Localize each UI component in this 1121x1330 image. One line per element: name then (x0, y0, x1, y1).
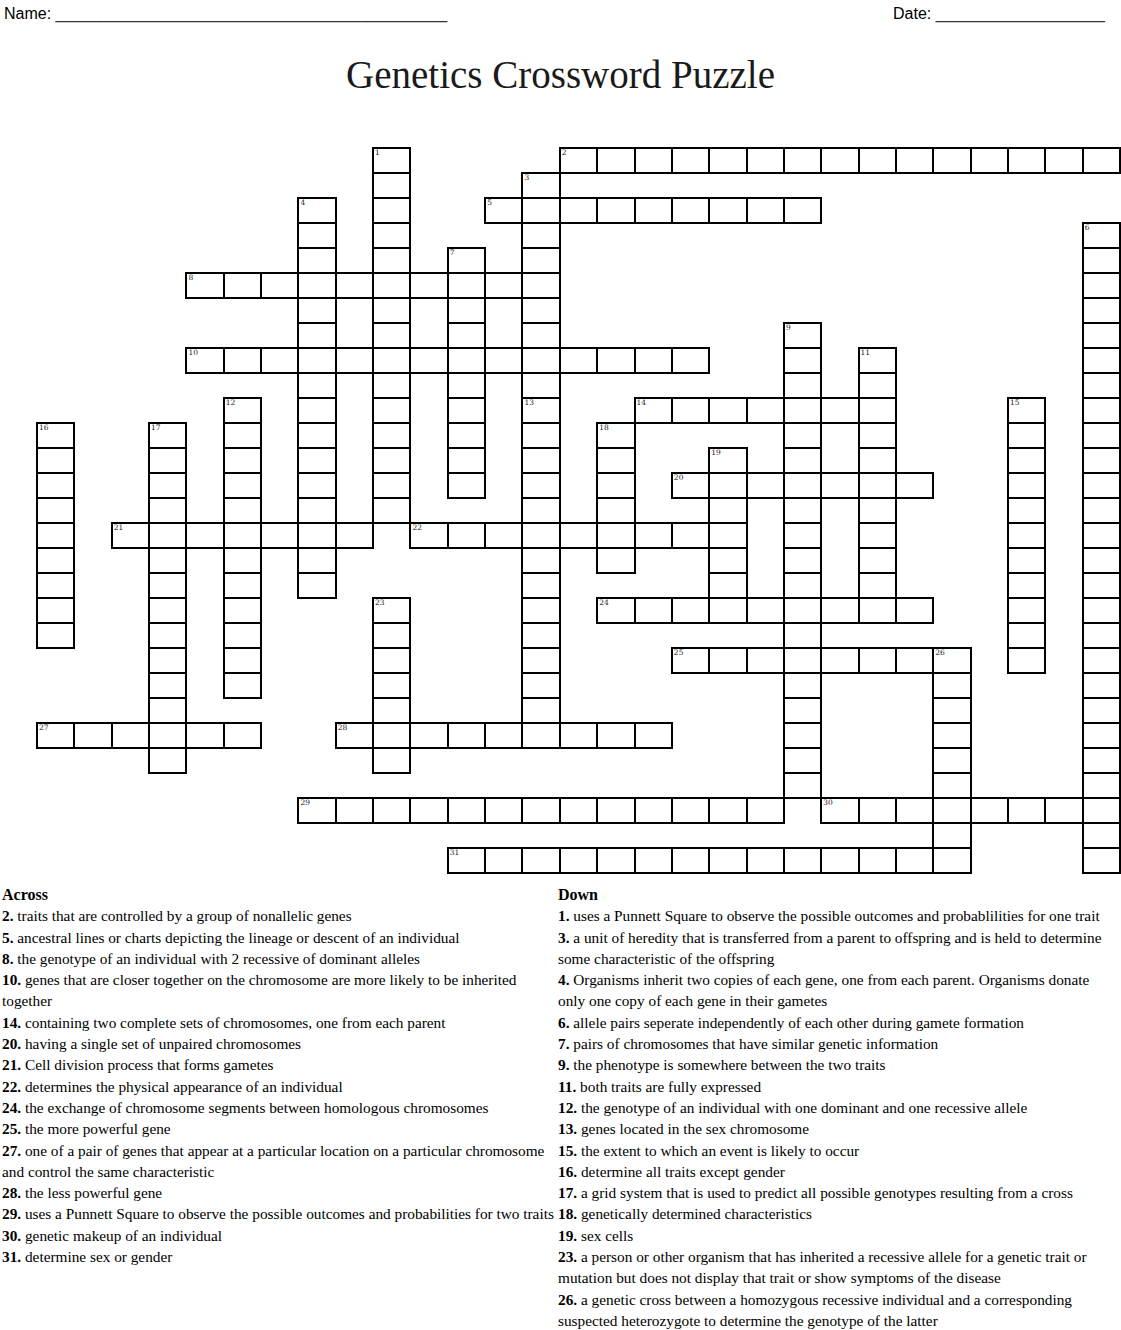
grid-cell[interactable] (784, 373, 821, 398)
grid-cell[interactable]: 12 (224, 398, 261, 423)
grid-cell[interactable] (896, 648, 933, 673)
grid-cell[interactable] (597, 723, 634, 748)
grid-cell[interactable] (224, 448, 261, 473)
grid-cell[interactable] (859, 598, 896, 623)
grid-cell[interactable]: 23 (373, 598, 410, 623)
grid-cell[interactable] (709, 798, 746, 823)
grid-cell[interactable] (859, 798, 896, 823)
grid-cell[interactable] (1083, 598, 1120, 623)
grid-cell[interactable] (784, 673, 821, 698)
grid-cell[interactable] (522, 223, 559, 248)
grid-cell[interactable] (522, 698, 559, 723)
grid-cell[interactable] (298, 373, 335, 398)
grid-cell[interactable] (261, 273, 298, 298)
grid-cell[interactable] (821, 648, 858, 673)
grid-cell[interactable] (485, 723, 522, 748)
grid-cell[interactable] (224, 623, 261, 648)
grid-cell[interactable] (224, 548, 261, 573)
grid-cell[interactable] (709, 148, 746, 173)
grid-cell[interactable] (298, 348, 335, 373)
grid-cell[interactable] (821, 598, 858, 623)
grid-cell[interactable] (149, 598, 186, 623)
grid-cell[interactable]: 25 (672, 648, 709, 673)
grid-cell[interactable] (112, 723, 149, 748)
grid-cell[interactable] (410, 273, 447, 298)
grid-cell[interactable] (149, 648, 186, 673)
grid-cell[interactable] (784, 473, 821, 498)
grid-cell[interactable] (859, 523, 896, 548)
grid-cell[interactable] (448, 798, 485, 823)
grid-cell[interactable] (709, 498, 746, 523)
grid-cell[interactable] (933, 148, 970, 173)
grid-cell[interactable] (373, 348, 410, 373)
grid-cell[interactable] (448, 448, 485, 473)
grid-cell[interactable] (709, 473, 746, 498)
grid-cell[interactable] (298, 298, 335, 323)
grid-cell[interactable] (597, 473, 634, 498)
grid-cell[interactable] (1083, 298, 1120, 323)
grid-cell[interactable] (896, 473, 933, 498)
grid-cell[interactable]: 17 (149, 423, 186, 448)
grid-cell[interactable] (821, 398, 858, 423)
grid-cell[interactable] (709, 648, 746, 673)
grid-cell[interactable] (186, 523, 223, 548)
grid-cell[interactable]: 16 (37, 423, 74, 448)
grid-cell[interactable] (522, 248, 559, 273)
grid-cell[interactable] (709, 573, 746, 598)
grid-cell[interactable] (859, 423, 896, 448)
grid-cell[interactable] (522, 798, 559, 823)
grid-cell[interactable] (1083, 773, 1120, 798)
grid-cell[interactable] (784, 548, 821, 573)
grid-cell[interactable]: 15 (1008, 398, 1045, 423)
grid-cell[interactable] (635, 523, 672, 548)
grid-cell[interactable] (672, 198, 709, 223)
grid-cell[interactable] (896, 798, 933, 823)
grid-cell[interactable] (37, 498, 74, 523)
grid-cell[interactable] (747, 598, 784, 623)
grid-cell[interactable]: 5 (485, 198, 522, 223)
grid-cell[interactable] (373, 698, 410, 723)
grid-cell[interactable]: 21 (112, 523, 149, 548)
grid-cell[interactable] (149, 673, 186, 698)
grid-cell[interactable] (336, 523, 373, 548)
grid-cell[interactable] (597, 798, 634, 823)
grid-cell[interactable] (261, 523, 298, 548)
grid-cell[interactable] (522, 623, 559, 648)
grid-cell[interactable] (1008, 598, 1045, 623)
grid-cell[interactable] (672, 598, 709, 623)
grid-cell[interactable] (933, 823, 970, 848)
grid-cell[interactable] (1045, 148, 1082, 173)
grid-cell[interactable] (859, 573, 896, 598)
grid-cell[interactable] (522, 348, 559, 373)
grid-cell[interactable] (859, 373, 896, 398)
grid-cell[interactable] (336, 273, 373, 298)
grid-cell[interactable] (1083, 373, 1120, 398)
grid-cell[interactable] (448, 523, 485, 548)
grid-cell[interactable] (784, 773, 821, 798)
grid-cell[interactable] (186, 723, 223, 748)
grid-cell[interactable] (859, 848, 896, 873)
grid-cell[interactable] (784, 573, 821, 598)
grid-cell[interactable] (149, 523, 186, 548)
grid-cell[interactable] (859, 448, 896, 473)
grid-cell[interactable] (560, 198, 597, 223)
grid-cell[interactable] (635, 348, 672, 373)
grid-cell[interactable] (522, 548, 559, 573)
grid-cell[interactable] (448, 273, 485, 298)
grid-cell[interactable] (635, 798, 672, 823)
grid-cell[interactable] (933, 673, 970, 698)
grid-cell[interactable] (597, 548, 634, 573)
grid-cell[interactable] (522, 523, 559, 548)
grid-cell[interactable] (784, 498, 821, 523)
grid-cell[interactable]: 28 (336, 723, 373, 748)
grid-cell[interactable] (485, 523, 522, 548)
grid-cell[interactable] (747, 848, 784, 873)
grid-cell[interactable]: 26 (933, 648, 970, 673)
grid-cell[interactable]: 7 (448, 248, 485, 273)
grid-cell[interactable] (1083, 623, 1120, 648)
grid-cell[interactable] (784, 198, 821, 223)
grid-cell[interactable] (560, 523, 597, 548)
grid-cell[interactable] (1008, 523, 1045, 548)
grid-cell[interactable] (1083, 723, 1120, 748)
grid-cell[interactable] (149, 548, 186, 573)
grid-cell[interactable] (37, 523, 74, 548)
grid-cell[interactable]: 8 (186, 273, 223, 298)
grid-cell[interactable] (821, 148, 858, 173)
grid-cell[interactable] (448, 323, 485, 348)
grid-cell[interactable] (373, 373, 410, 398)
grid-cell[interactable] (933, 848, 970, 873)
grid-cell[interactable] (1083, 798, 1120, 823)
grid-cell[interactable] (522, 273, 559, 298)
grid-cell[interactable] (1008, 423, 1045, 448)
grid-cell[interactable] (224, 523, 261, 548)
grid-cell[interactable] (373, 498, 410, 523)
grid-cell[interactable] (1008, 623, 1045, 648)
grid-cell[interactable] (784, 148, 821, 173)
grid-cell[interactable] (224, 573, 261, 598)
grid-cell[interactable] (298, 498, 335, 523)
grid-cell[interactable] (448, 723, 485, 748)
grid-cell[interactable] (522, 423, 559, 448)
grid-cell[interactable] (224, 498, 261, 523)
grid-cell[interactable] (709, 198, 746, 223)
grid-cell[interactable] (298, 473, 335, 498)
grid-cell[interactable] (522, 323, 559, 348)
grid-cell[interactable] (1083, 673, 1120, 698)
grid-cell[interactable] (522, 648, 559, 673)
grid-cell[interactable] (1083, 548, 1120, 573)
grid-cell[interactable] (149, 723, 186, 748)
grid-cell[interactable] (672, 148, 709, 173)
grid-cell[interactable] (1083, 348, 1120, 373)
grid-cell[interactable]: 3 (522, 173, 559, 198)
grid-cell[interactable] (224, 598, 261, 623)
grid-cell[interactable] (373, 648, 410, 673)
grid-cell[interactable] (298, 548, 335, 573)
grid-cell[interactable] (149, 573, 186, 598)
grid-cell[interactable] (859, 398, 896, 423)
grid-cell[interactable] (1045, 798, 1082, 823)
grid-cell[interactable] (560, 348, 597, 373)
grid-cell[interactable] (1008, 498, 1045, 523)
grid-cell[interactable] (373, 173, 410, 198)
grid-cell[interactable] (224, 273, 261, 298)
grid-cell[interactable] (784, 423, 821, 448)
grid-cell[interactable] (821, 848, 858, 873)
grid-cell[interactable]: 30 (821, 798, 858, 823)
grid-cell[interactable] (1083, 848, 1120, 873)
grid-cell[interactable]: 2 (560, 148, 597, 173)
grid-cell[interactable] (635, 723, 672, 748)
grid-cell[interactable]: 19 (709, 448, 746, 473)
grid-cell[interactable] (597, 348, 634, 373)
grid-cell[interactable] (709, 548, 746, 573)
grid-cell[interactable] (859, 548, 896, 573)
grid-cell[interactable] (672, 848, 709, 873)
grid-cell[interactable] (933, 748, 970, 773)
grid-cell[interactable] (522, 723, 559, 748)
grid-cell[interactable] (597, 498, 634, 523)
grid-cell[interactable] (560, 848, 597, 873)
grid-cell[interactable] (37, 548, 74, 573)
grid-cell[interactable] (672, 523, 709, 548)
grid-cell[interactable] (373, 473, 410, 498)
grid-cell[interactable] (896, 598, 933, 623)
grid-cell[interactable]: 24 (597, 598, 634, 623)
grid-cell[interactable] (298, 248, 335, 273)
grid-cell[interactable] (747, 798, 784, 823)
grid-cell[interactable]: 22 (410, 523, 447, 548)
grid-cell[interactable] (1008, 573, 1045, 598)
grid-cell[interactable] (448, 298, 485, 323)
grid-cell[interactable] (1083, 273, 1120, 298)
grid-cell[interactable] (224, 423, 261, 448)
grid-cell[interactable] (298, 223, 335, 248)
grid-cell[interactable] (224, 348, 261, 373)
grid-cell[interactable] (410, 348, 447, 373)
grid-cell[interactable] (373, 323, 410, 348)
grid-cell[interactable] (224, 473, 261, 498)
grid-cell[interactable] (485, 348, 522, 373)
grid-cell[interactable] (149, 698, 186, 723)
grid-cell[interactable] (373, 623, 410, 648)
grid-cell[interactable] (784, 723, 821, 748)
grid-cell[interactable] (709, 523, 746, 548)
grid-cell[interactable] (522, 373, 559, 398)
grid-cell[interactable] (709, 398, 746, 423)
grid-cell[interactable] (560, 723, 597, 748)
grid-cell[interactable] (522, 673, 559, 698)
grid-cell[interactable] (1083, 698, 1120, 723)
grid-cell[interactable] (597, 523, 634, 548)
grid-cell[interactable]: 11 (859, 348, 896, 373)
grid-cell[interactable] (1083, 748, 1120, 773)
grid-cell[interactable] (1083, 148, 1120, 173)
grid-cell[interactable]: 6 (1083, 223, 1120, 248)
grid-cell[interactable] (635, 848, 672, 873)
grid-cell[interactable] (298, 573, 335, 598)
grid-cell[interactable] (522, 473, 559, 498)
grid-cell[interactable] (74, 723, 111, 748)
grid-cell[interactable] (373, 448, 410, 473)
grid-cell[interactable] (933, 773, 970, 798)
grid-cell[interactable] (522, 498, 559, 523)
grid-cell[interactable] (485, 273, 522, 298)
grid-cell[interactable] (597, 848, 634, 873)
grid-cell[interactable] (1008, 798, 1045, 823)
grid-cell[interactable] (784, 623, 821, 648)
grid-cell[interactable] (373, 198, 410, 223)
grid-cell[interactable] (149, 748, 186, 773)
grid-cell[interactable] (37, 573, 74, 598)
grid-cell[interactable] (1083, 248, 1120, 273)
grid-cell[interactable] (298, 448, 335, 473)
grid-cell[interactable] (410, 798, 447, 823)
grid-cell[interactable] (485, 848, 522, 873)
grid-cell[interactable] (635, 198, 672, 223)
grid-cell[interactable]: 4 (298, 198, 335, 223)
grid-cell[interactable] (37, 448, 74, 473)
grid-cell[interactable] (1083, 423, 1120, 448)
grid-cell[interactable]: 29 (298, 798, 335, 823)
grid-cell[interactable]: 14 (635, 398, 672, 423)
grid-cell[interactable] (971, 798, 1008, 823)
grid-cell[interactable] (784, 448, 821, 473)
grid-cell[interactable] (709, 598, 746, 623)
grid-cell[interactable] (149, 623, 186, 648)
grid-cell[interactable] (149, 473, 186, 498)
grid-cell[interactable] (747, 398, 784, 423)
grid-cell[interactable] (261, 348, 298, 373)
grid-cell[interactable]: 18 (597, 423, 634, 448)
grid-cell[interactable] (224, 648, 261, 673)
grid-cell[interactable] (522, 573, 559, 598)
grid-cell[interactable] (597, 198, 634, 223)
grid-cell[interactable] (373, 223, 410, 248)
grid-cell[interactable] (448, 423, 485, 448)
grid-cell[interactable] (336, 348, 373, 373)
grid-cell[interactable] (709, 848, 746, 873)
grid-cell[interactable] (373, 673, 410, 698)
grid-cell[interactable] (1083, 648, 1120, 673)
grid-cell[interactable] (522, 448, 559, 473)
grid-cell[interactable] (784, 648, 821, 673)
grid-cell[interactable] (522, 198, 559, 223)
grid-cell[interactable] (784, 348, 821, 373)
grid-cell[interactable] (1083, 573, 1120, 598)
grid-cell[interactable] (859, 473, 896, 498)
grid-cell[interactable]: 27 (37, 723, 74, 748)
grid-cell[interactable] (784, 848, 821, 873)
grid-cell[interactable] (410, 723, 447, 748)
grid-cell[interactable] (373, 748, 410, 773)
grid-cell[interactable] (747, 648, 784, 673)
grid-cell[interactable] (1008, 648, 1045, 673)
grid-cell[interactable] (1083, 448, 1120, 473)
grid-cell[interactable] (37, 473, 74, 498)
grid-cell[interactable] (298, 398, 335, 423)
grid-cell[interactable] (784, 748, 821, 773)
grid-cell[interactable]: 9 (784, 323, 821, 348)
grid-cell[interactable] (373, 248, 410, 273)
grid-cell[interactable] (896, 148, 933, 173)
grid-cell[interactable] (933, 698, 970, 723)
grid-cell[interactable] (635, 148, 672, 173)
grid-cell[interactable] (149, 498, 186, 523)
grid-cell[interactable] (448, 398, 485, 423)
grid-cell[interactable] (672, 398, 709, 423)
grid-cell[interactable] (298, 273, 335, 298)
grid-cell[interactable] (784, 523, 821, 548)
grid-cell[interactable] (224, 723, 261, 748)
grid-cell[interactable] (37, 598, 74, 623)
grid-cell[interactable] (747, 148, 784, 173)
grid-cell[interactable] (859, 648, 896, 673)
grid-cell[interactable] (522, 298, 559, 323)
grid-cell[interactable] (373, 298, 410, 323)
grid-cell[interactable] (1008, 448, 1045, 473)
grid-cell[interactable] (373, 723, 410, 748)
grid-cell[interactable] (448, 473, 485, 498)
grid-cell[interactable] (1083, 473, 1120, 498)
grid-cell[interactable] (1008, 548, 1045, 573)
grid-cell[interactable] (1083, 498, 1120, 523)
grid-cell[interactable] (373, 273, 410, 298)
grid-cell[interactable] (859, 498, 896, 523)
grid-cell[interactable] (747, 198, 784, 223)
grid-cell[interactable] (1083, 398, 1120, 423)
grid-cell[interactable] (821, 473, 858, 498)
grid-cell[interactable] (373, 398, 410, 423)
grid-cell[interactable]: 20 (672, 473, 709, 498)
grid-cell[interactable] (560, 798, 597, 823)
grid-cell[interactable] (224, 673, 261, 698)
grid-cell[interactable] (933, 723, 970, 748)
grid-cell[interactable] (373, 798, 410, 823)
grid-cell[interactable] (933, 798, 970, 823)
grid-cell[interactable] (784, 398, 821, 423)
grid-cell[interactable] (37, 623, 74, 648)
grid-cell[interactable] (1008, 148, 1045, 173)
grid-cell[interactable] (1083, 523, 1120, 548)
grid-cell[interactable] (522, 848, 559, 873)
grid-cell[interactable]: 13 (522, 398, 559, 423)
grid-cell[interactable]: 1 (373, 148, 410, 173)
grid-cell[interactable] (1083, 823, 1120, 848)
grid-cell[interactable] (298, 423, 335, 448)
grid-cell[interactable] (896, 848, 933, 873)
grid-cell[interactable] (672, 798, 709, 823)
grid-cell[interactable] (1008, 473, 1045, 498)
grid-cell[interactable] (373, 423, 410, 448)
grid-cell[interactable] (149, 448, 186, 473)
grid-cell[interactable]: 31 (448, 848, 485, 873)
grid-cell[interactable] (336, 798, 373, 823)
grid-cell[interactable] (448, 373, 485, 398)
grid-cell[interactable] (1083, 323, 1120, 348)
grid-cell[interactable] (298, 523, 335, 548)
grid-cell[interactable] (597, 148, 634, 173)
grid-cell[interactable] (784, 698, 821, 723)
grid-cell[interactable] (522, 598, 559, 623)
grid-cell[interactable] (597, 448, 634, 473)
grid-cell[interactable] (747, 473, 784, 498)
